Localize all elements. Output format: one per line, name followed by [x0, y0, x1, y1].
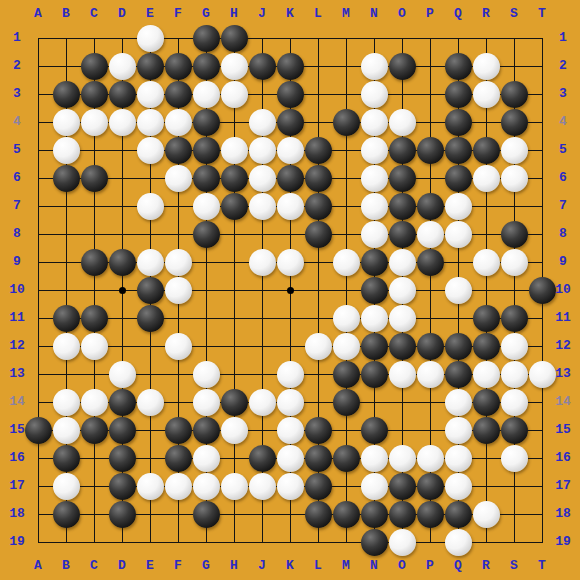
intersection-S1[interactable] [500, 24, 528, 52]
intersection-O11[interactable] [388, 304, 416, 332]
intersection-O1[interactable] [388, 24, 416, 52]
intersection-E14[interactable] [136, 388, 164, 416]
intersection-J13[interactable] [248, 360, 276, 388]
intersection-G1[interactable] [192, 24, 220, 52]
intersection-G5[interactable] [192, 136, 220, 164]
intersection-J6[interactable] [248, 164, 276, 192]
intersection-O2[interactable] [388, 52, 416, 80]
intersection-N16[interactable] [360, 444, 388, 472]
intersection-C13[interactable] [80, 360, 108, 388]
intersection-S16[interactable] [500, 444, 528, 472]
intersection-K13[interactable] [276, 360, 304, 388]
intersection-B17[interactable] [52, 472, 80, 500]
intersection-K15[interactable] [276, 416, 304, 444]
intersection-E4[interactable] [136, 108, 164, 136]
intersection-A18[interactable] [24, 500, 52, 528]
intersection-C16[interactable] [80, 444, 108, 472]
intersection-A10[interactable] [24, 276, 52, 304]
intersection-M17[interactable] [332, 472, 360, 500]
intersection-C11[interactable] [80, 304, 108, 332]
intersection-A13[interactable] [24, 360, 52, 388]
intersection-L17[interactable] [304, 472, 332, 500]
intersection-T10[interactable] [528, 276, 556, 304]
intersection-C2[interactable] [80, 52, 108, 80]
intersection-Q17[interactable] [444, 472, 472, 500]
intersection-M1[interactable] [332, 24, 360, 52]
intersection-H1[interactable] [220, 24, 248, 52]
intersection-E7[interactable] [136, 192, 164, 220]
intersection-M18[interactable] [332, 500, 360, 528]
intersection-K6[interactable] [276, 164, 304, 192]
intersection-L4[interactable] [304, 108, 332, 136]
intersection-K8[interactable] [276, 220, 304, 248]
intersection-T19[interactable] [528, 528, 556, 556]
intersection-M14[interactable] [332, 388, 360, 416]
intersection-E17[interactable] [136, 472, 164, 500]
intersection-T13[interactable] [528, 360, 556, 388]
intersection-N15[interactable] [360, 416, 388, 444]
intersection-C7[interactable] [80, 192, 108, 220]
intersection-D1[interactable] [108, 24, 136, 52]
intersection-D4[interactable] [108, 108, 136, 136]
intersection-P1[interactable] [416, 24, 444, 52]
intersection-P12[interactable] [416, 332, 444, 360]
intersection-Q9[interactable] [444, 248, 472, 276]
intersection-P5[interactable] [416, 136, 444, 164]
intersection-P4[interactable] [416, 108, 444, 136]
intersection-Q16[interactable] [444, 444, 472, 472]
intersection-K10[interactable] [276, 276, 304, 304]
intersection-L19[interactable] [304, 528, 332, 556]
intersection-N18[interactable] [360, 500, 388, 528]
intersection-G8[interactable] [192, 220, 220, 248]
intersection-E19[interactable] [136, 528, 164, 556]
intersection-F4[interactable] [164, 108, 192, 136]
intersection-J10[interactable] [248, 276, 276, 304]
intersection-T14[interactable] [528, 388, 556, 416]
intersection-E12[interactable] [136, 332, 164, 360]
intersection-R6[interactable] [472, 164, 500, 192]
intersection-B1[interactable] [52, 24, 80, 52]
intersection-R18[interactable] [472, 500, 500, 528]
intersection-N7[interactable] [360, 192, 388, 220]
intersection-Q14[interactable] [444, 388, 472, 416]
intersection-F12[interactable] [164, 332, 192, 360]
intersection-P7[interactable] [416, 192, 444, 220]
intersection-E1[interactable] [136, 24, 164, 52]
intersection-M19[interactable] [332, 528, 360, 556]
intersection-N2[interactable] [360, 52, 388, 80]
intersection-Q4[interactable] [444, 108, 472, 136]
intersection-E2[interactable] [136, 52, 164, 80]
intersection-D17[interactable] [108, 472, 136, 500]
intersection-S10[interactable] [500, 276, 528, 304]
intersection-E11[interactable] [136, 304, 164, 332]
intersection-F19[interactable] [164, 528, 192, 556]
intersection-L5[interactable] [304, 136, 332, 164]
intersection-C10[interactable] [80, 276, 108, 304]
intersection-R2[interactable] [472, 52, 500, 80]
intersection-M16[interactable] [332, 444, 360, 472]
intersection-T8[interactable] [528, 220, 556, 248]
intersection-S19[interactable] [500, 528, 528, 556]
intersection-K12[interactable] [276, 332, 304, 360]
intersection-C15[interactable] [80, 416, 108, 444]
intersection-N12[interactable] [360, 332, 388, 360]
intersection-T16[interactable] [528, 444, 556, 472]
intersection-D7[interactable] [108, 192, 136, 220]
intersection-T18[interactable] [528, 500, 556, 528]
intersection-G6[interactable] [192, 164, 220, 192]
intersection-A9[interactable] [24, 248, 52, 276]
intersection-R14[interactable] [472, 388, 500, 416]
intersection-N11[interactable] [360, 304, 388, 332]
intersection-D14[interactable] [108, 388, 136, 416]
intersection-T12[interactable] [528, 332, 556, 360]
intersection-P15[interactable] [416, 416, 444, 444]
intersection-T7[interactable] [528, 192, 556, 220]
intersection-N9[interactable] [360, 248, 388, 276]
intersection-D2[interactable] [108, 52, 136, 80]
intersection-L15[interactable] [304, 416, 332, 444]
intersection-P13[interactable] [416, 360, 444, 388]
intersection-R12[interactable] [472, 332, 500, 360]
intersection-L13[interactable] [304, 360, 332, 388]
intersection-T4[interactable] [528, 108, 556, 136]
intersection-Q11[interactable] [444, 304, 472, 332]
intersection-C5[interactable] [80, 136, 108, 164]
intersection-J14[interactable] [248, 388, 276, 416]
intersection-G11[interactable] [192, 304, 220, 332]
intersection-D18[interactable] [108, 500, 136, 528]
intersection-J19[interactable] [248, 528, 276, 556]
intersection-G12[interactable] [192, 332, 220, 360]
intersection-F17[interactable] [164, 472, 192, 500]
intersection-P17[interactable] [416, 472, 444, 500]
intersection-B6[interactable] [52, 164, 80, 192]
intersection-H5[interactable] [220, 136, 248, 164]
intersection-B3[interactable] [52, 80, 80, 108]
intersection-E8[interactable] [136, 220, 164, 248]
intersection-D10[interactable] [108, 276, 136, 304]
intersection-A6[interactable] [24, 164, 52, 192]
intersection-B10[interactable] [52, 276, 80, 304]
intersection-G17[interactable] [192, 472, 220, 500]
go-board[interactable]: AABBCCDDEEFFGGHHJJKKLLMMNNOOPPQQRRSSTT11… [0, 0, 580, 580]
intersection-A19[interactable] [24, 528, 52, 556]
intersection-F8[interactable] [164, 220, 192, 248]
intersection-T17[interactable] [528, 472, 556, 500]
intersection-H15[interactable] [220, 416, 248, 444]
intersection-C4[interactable] [80, 108, 108, 136]
intersection-A11[interactable] [24, 304, 52, 332]
intersection-Q13[interactable] [444, 360, 472, 388]
intersection-S13[interactable] [500, 360, 528, 388]
intersection-D19[interactable] [108, 528, 136, 556]
intersection-M2[interactable] [332, 52, 360, 80]
intersection-Q6[interactable] [444, 164, 472, 192]
intersection-R4[interactable] [472, 108, 500, 136]
intersection-E13[interactable] [136, 360, 164, 388]
intersection-A12[interactable] [24, 332, 52, 360]
intersection-R11[interactable] [472, 304, 500, 332]
intersection-Q19[interactable] [444, 528, 472, 556]
intersection-M11[interactable] [332, 304, 360, 332]
intersection-P2[interactable] [416, 52, 444, 80]
intersection-T11[interactable] [528, 304, 556, 332]
intersection-H11[interactable] [220, 304, 248, 332]
intersection-K16[interactable] [276, 444, 304, 472]
intersection-M10[interactable] [332, 276, 360, 304]
intersection-Q1[interactable] [444, 24, 472, 52]
intersection-B4[interactable] [52, 108, 80, 136]
intersection-B8[interactable] [52, 220, 80, 248]
intersection-O13[interactable] [388, 360, 416, 388]
intersection-O3[interactable] [388, 80, 416, 108]
intersection-Q3[interactable] [444, 80, 472, 108]
intersection-G15[interactable] [192, 416, 220, 444]
intersection-K18[interactable] [276, 500, 304, 528]
intersection-A2[interactable] [24, 52, 52, 80]
intersection-H7[interactable] [220, 192, 248, 220]
intersection-K14[interactable] [276, 388, 304, 416]
intersection-A7[interactable] [24, 192, 52, 220]
intersection-S17[interactable] [500, 472, 528, 500]
intersection-S18[interactable] [500, 500, 528, 528]
intersection-H16[interactable] [220, 444, 248, 472]
intersection-J18[interactable] [248, 500, 276, 528]
intersection-O8[interactable] [388, 220, 416, 248]
intersection-N17[interactable] [360, 472, 388, 500]
intersection-J4[interactable] [248, 108, 276, 136]
intersection-G18[interactable] [192, 500, 220, 528]
intersection-S2[interactable] [500, 52, 528, 80]
intersection-D11[interactable] [108, 304, 136, 332]
intersection-O16[interactable] [388, 444, 416, 472]
intersection-H17[interactable] [220, 472, 248, 500]
intersection-L16[interactable] [304, 444, 332, 472]
intersection-S15[interactable] [500, 416, 528, 444]
intersection-J12[interactable] [248, 332, 276, 360]
intersection-F13[interactable] [164, 360, 192, 388]
intersection-L2[interactable] [304, 52, 332, 80]
intersection-C17[interactable] [80, 472, 108, 500]
intersection-O9[interactable] [388, 248, 416, 276]
intersection-Q5[interactable] [444, 136, 472, 164]
intersection-M6[interactable] [332, 164, 360, 192]
intersection-L12[interactable] [304, 332, 332, 360]
intersection-C19[interactable] [80, 528, 108, 556]
intersection-K3[interactable] [276, 80, 304, 108]
intersection-D5[interactable] [108, 136, 136, 164]
intersection-F6[interactable] [164, 164, 192, 192]
intersection-S12[interactable] [500, 332, 528, 360]
intersection-N5[interactable] [360, 136, 388, 164]
intersection-M7[interactable] [332, 192, 360, 220]
intersection-B2[interactable] [52, 52, 80, 80]
intersection-L14[interactable] [304, 388, 332, 416]
intersection-N19[interactable] [360, 528, 388, 556]
intersection-M3[interactable] [332, 80, 360, 108]
intersection-S11[interactable] [500, 304, 528, 332]
intersection-M13[interactable] [332, 360, 360, 388]
intersection-P3[interactable] [416, 80, 444, 108]
intersection-N1[interactable] [360, 24, 388, 52]
intersection-E16[interactable] [136, 444, 164, 472]
intersection-N3[interactable] [360, 80, 388, 108]
intersection-S6[interactable] [500, 164, 528, 192]
intersection-J11[interactable] [248, 304, 276, 332]
intersection-H18[interactable] [220, 500, 248, 528]
intersection-N4[interactable] [360, 108, 388, 136]
intersection-K4[interactable] [276, 108, 304, 136]
intersection-O5[interactable] [388, 136, 416, 164]
intersection-H12[interactable] [220, 332, 248, 360]
intersection-B16[interactable] [52, 444, 80, 472]
intersection-B15[interactable] [52, 416, 80, 444]
intersection-H4[interactable] [220, 108, 248, 136]
intersection-B7[interactable] [52, 192, 80, 220]
intersection-B11[interactable] [52, 304, 80, 332]
intersection-O7[interactable] [388, 192, 416, 220]
intersection-F15[interactable] [164, 416, 192, 444]
intersection-F7[interactable] [164, 192, 192, 220]
intersection-C14[interactable] [80, 388, 108, 416]
intersection-T9[interactable] [528, 248, 556, 276]
intersection-T2[interactable] [528, 52, 556, 80]
intersection-J15[interactable] [248, 416, 276, 444]
intersection-B19[interactable] [52, 528, 80, 556]
intersection-S5[interactable] [500, 136, 528, 164]
intersection-M4[interactable] [332, 108, 360, 136]
intersection-L18[interactable] [304, 500, 332, 528]
intersection-B18[interactable] [52, 500, 80, 528]
intersection-F9[interactable] [164, 248, 192, 276]
intersection-H3[interactable] [220, 80, 248, 108]
intersection-L11[interactable] [304, 304, 332, 332]
intersection-J8[interactable] [248, 220, 276, 248]
intersection-H19[interactable] [220, 528, 248, 556]
intersection-A16[interactable] [24, 444, 52, 472]
intersection-F5[interactable] [164, 136, 192, 164]
intersection-R15[interactable] [472, 416, 500, 444]
intersection-F14[interactable] [164, 388, 192, 416]
intersection-J3[interactable] [248, 80, 276, 108]
intersection-T1[interactable] [528, 24, 556, 52]
intersection-D6[interactable] [108, 164, 136, 192]
intersection-O14[interactable] [388, 388, 416, 416]
intersection-R17[interactable] [472, 472, 500, 500]
intersection-B12[interactable] [52, 332, 80, 360]
intersection-R13[interactable] [472, 360, 500, 388]
intersection-S4[interactable] [500, 108, 528, 136]
intersection-B13[interactable] [52, 360, 80, 388]
intersection-E3[interactable] [136, 80, 164, 108]
intersection-C1[interactable] [80, 24, 108, 52]
intersection-R19[interactable] [472, 528, 500, 556]
intersection-P16[interactable] [416, 444, 444, 472]
intersection-R5[interactable] [472, 136, 500, 164]
intersection-C3[interactable] [80, 80, 108, 108]
intersection-K11[interactable] [276, 304, 304, 332]
intersection-H13[interactable] [220, 360, 248, 388]
intersection-N8[interactable] [360, 220, 388, 248]
intersection-K17[interactable] [276, 472, 304, 500]
intersection-C12[interactable] [80, 332, 108, 360]
intersection-O17[interactable] [388, 472, 416, 500]
intersection-A15[interactable] [24, 416, 52, 444]
intersection-N13[interactable] [360, 360, 388, 388]
intersection-G19[interactable] [192, 528, 220, 556]
intersection-A17[interactable] [24, 472, 52, 500]
intersection-Q7[interactable] [444, 192, 472, 220]
intersection-T15[interactable] [528, 416, 556, 444]
intersection-F10[interactable] [164, 276, 192, 304]
intersection-G14[interactable] [192, 388, 220, 416]
intersection-S7[interactable] [500, 192, 528, 220]
intersection-O6[interactable] [388, 164, 416, 192]
intersection-P10[interactable] [416, 276, 444, 304]
intersection-P18[interactable] [416, 500, 444, 528]
intersection-F2[interactable] [164, 52, 192, 80]
intersection-P11[interactable] [416, 304, 444, 332]
intersection-C9[interactable] [80, 248, 108, 276]
intersection-D16[interactable] [108, 444, 136, 472]
intersection-T3[interactable] [528, 80, 556, 108]
intersection-P6[interactable] [416, 164, 444, 192]
intersection-R10[interactable] [472, 276, 500, 304]
intersection-C6[interactable] [80, 164, 108, 192]
intersection-B9[interactable] [52, 248, 80, 276]
intersection-N14[interactable] [360, 388, 388, 416]
intersection-H8[interactable] [220, 220, 248, 248]
intersection-J17[interactable] [248, 472, 276, 500]
intersection-E15[interactable] [136, 416, 164, 444]
intersection-D3[interactable] [108, 80, 136, 108]
intersection-K5[interactable] [276, 136, 304, 164]
intersection-P14[interactable] [416, 388, 444, 416]
intersection-G9[interactable] [192, 248, 220, 276]
intersection-Q8[interactable] [444, 220, 472, 248]
intersection-C8[interactable] [80, 220, 108, 248]
intersection-D8[interactable] [108, 220, 136, 248]
intersection-B5[interactable] [52, 136, 80, 164]
intersection-J16[interactable] [248, 444, 276, 472]
intersection-F18[interactable] [164, 500, 192, 528]
intersection-E5[interactable] [136, 136, 164, 164]
intersection-T6[interactable] [528, 164, 556, 192]
intersection-O12[interactable] [388, 332, 416, 360]
intersection-M5[interactable] [332, 136, 360, 164]
intersection-F1[interactable] [164, 24, 192, 52]
intersection-L10[interactable] [304, 276, 332, 304]
intersection-S8[interactable] [500, 220, 528, 248]
intersection-A5[interactable] [24, 136, 52, 164]
intersection-M15[interactable] [332, 416, 360, 444]
intersection-K1[interactable] [276, 24, 304, 52]
intersection-K2[interactable] [276, 52, 304, 80]
intersection-T5[interactable] [528, 136, 556, 164]
intersection-A4[interactable] [24, 108, 52, 136]
intersection-L9[interactable] [304, 248, 332, 276]
intersection-J5[interactable] [248, 136, 276, 164]
intersection-E18[interactable] [136, 500, 164, 528]
intersection-J1[interactable] [248, 24, 276, 52]
intersection-E10[interactable] [136, 276, 164, 304]
intersection-R3[interactable] [472, 80, 500, 108]
intersection-M9[interactable] [332, 248, 360, 276]
intersection-C18[interactable] [80, 500, 108, 528]
